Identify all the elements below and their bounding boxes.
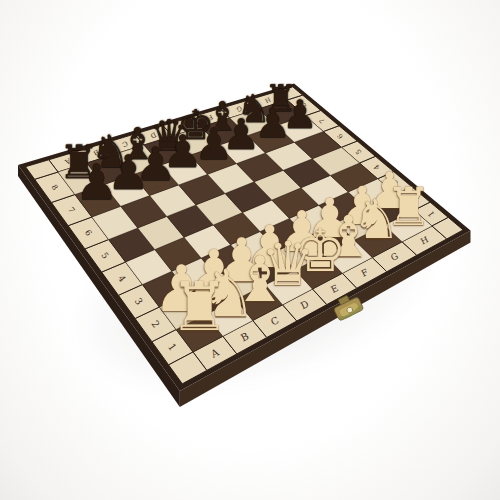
chess-board: ABCDEFGH12345678ABCDEFGH12345678 — [0, 0, 500, 500]
product-photo-chess-set: ABCDEFGH12345678ABCDEFGH12345678 ♜♞♟♝♟♚♟… — [0, 0, 500, 500]
